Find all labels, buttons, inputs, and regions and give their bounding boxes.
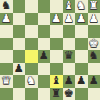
black-pawn-piece[interactable]: ♟ [76, 75, 86, 88]
square-g5[interactable] [13, 50, 26, 63]
square-d6[interactable] [50, 63, 63, 76]
square-e8[interactable] [38, 88, 51, 101]
black-bishop-piece[interactable]: ♝ [51, 75, 61, 88]
square-c8[interactable]: ♚ [63, 88, 76, 101]
square-e3[interactable] [38, 25, 51, 38]
square-d1[interactable] [50, 0, 63, 13]
black-king-piece[interactable]: ♚ [64, 88, 74, 101]
chess-board: ♞♝♞♜♟♟♟♟♟♚♟♛♞♟♛♞♝♟♟♟♜♚ [0, 0, 100, 100]
square-e2[interactable] [38, 13, 51, 26]
square-c3[interactable] [63, 25, 76, 38]
white-pawn-piece[interactable]: ♟ [76, 13, 86, 26]
square-d8[interactable]: ♜ [50, 88, 63, 101]
square-h5[interactable] [0, 50, 13, 63]
square-a8[interactable] [88, 88, 101, 101]
square-f5[interactable] [25, 50, 38, 63]
black-pawn-piece[interactable]: ♟ [14, 63, 24, 76]
white-pawn-piece[interactable]: ♟ [64, 13, 74, 26]
square-d5[interactable] [50, 50, 63, 63]
black-knight-piece[interactable]: ♞ [89, 50, 99, 63]
white-knight-piece[interactable]: ♞ [26, 75, 36, 88]
square-g3[interactable] [13, 25, 26, 38]
white-knight-piece[interactable]: ♞ [76, 0, 86, 13]
square-f7[interactable]: ♞ [25, 75, 38, 88]
square-a2[interactable]: ♟ [88, 13, 101, 26]
black-queen-piece[interactable]: ♛ [64, 50, 74, 63]
square-e6[interactable] [38, 63, 51, 76]
square-b5[interactable] [75, 50, 88, 63]
square-e7[interactable] [38, 75, 51, 88]
square-h3[interactable] [0, 25, 13, 38]
square-f6[interactable] [25, 63, 38, 76]
black-rook-piece[interactable]: ♜ [51, 88, 61, 101]
square-b8[interactable] [75, 88, 88, 101]
square-g6[interactable]: ♟ [13, 63, 26, 76]
square-h8[interactable] [0, 88, 13, 101]
white-rook-piece[interactable]: ♜ [89, 0, 99, 13]
square-b3[interactable] [75, 25, 88, 38]
square-h1[interactable]: ♞ [0, 0, 13, 13]
square-b6[interactable] [75, 63, 88, 76]
square-b1[interactable]: ♞ [75, 0, 88, 13]
white-bishop-piece[interactable]: ♝ [64, 0, 74, 13]
square-g8[interactable] [13, 88, 26, 101]
square-c5[interactable]: ♛ [63, 50, 76, 63]
square-g7[interactable] [13, 75, 26, 88]
square-d7[interactable]: ♝ [50, 75, 63, 88]
square-g2[interactable] [13, 13, 26, 26]
square-h2[interactable]: ♟ [0, 13, 13, 26]
white-pawn-piece[interactable]: ♟ [51, 13, 61, 26]
square-b2[interactable]: ♟ [75, 13, 88, 26]
square-a1[interactable]: ♜ [88, 0, 101, 13]
white-queen-piece[interactable]: ♛ [1, 75, 11, 88]
square-e4[interactable] [38, 38, 51, 51]
square-e1[interactable] [38, 0, 51, 13]
black-pawn-piece[interactable]: ♟ [64, 75, 74, 88]
square-a7[interactable]: ♟ [88, 75, 101, 88]
square-h7[interactable]: ♛ [0, 75, 13, 88]
square-c7[interactable]: ♟ [63, 75, 76, 88]
square-a6[interactable] [88, 63, 101, 76]
square-b4[interactable] [75, 38, 88, 51]
square-c1[interactable]: ♝ [63, 0, 76, 13]
square-f4[interactable] [25, 38, 38, 51]
square-b7[interactable]: ♟ [75, 75, 88, 88]
black-pawn-piece[interactable]: ♟ [89, 75, 99, 88]
square-d2[interactable]: ♟ [50, 13, 63, 26]
square-f8[interactable] [25, 88, 38, 101]
square-f3[interactable] [25, 25, 38, 38]
square-g4[interactable] [13, 38, 26, 51]
square-d4[interactable] [50, 38, 63, 51]
square-f1[interactable] [25, 0, 38, 13]
white-pawn-piece[interactable]: ♟ [1, 13, 11, 26]
square-c2[interactable]: ♟ [63, 13, 76, 26]
square-d3[interactable] [50, 25, 63, 38]
square-a4[interactable]: ♚ [88, 38, 101, 51]
square-c4[interactable] [63, 38, 76, 51]
black-pawn-piece[interactable]: ♟ [39, 50, 49, 63]
square-g1[interactable] [13, 0, 26, 13]
square-f2[interactable] [25, 13, 38, 26]
square-h4[interactable] [0, 38, 13, 51]
white-king-piece[interactable]: ♚ [89, 38, 99, 51]
square-c6[interactable] [63, 63, 76, 76]
white-pawn-piece[interactable]: ♟ [89, 13, 99, 26]
square-a5[interactable]: ♞ [88, 50, 101, 63]
black-knight-piece[interactable]: ♞ [1, 0, 11, 13]
square-e5[interactable]: ♟ [38, 50, 51, 63]
square-h6[interactable] [0, 63, 13, 76]
square-a3[interactable] [88, 25, 101, 38]
